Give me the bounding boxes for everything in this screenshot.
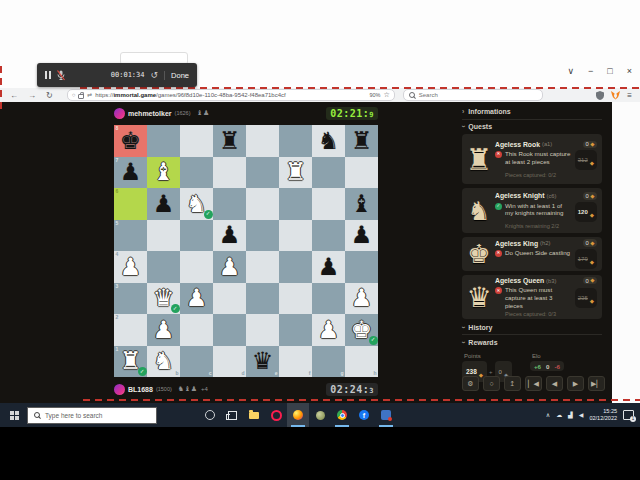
square-h7[interactable]: [345, 157, 378, 189]
quest-title: Ageless King: [495, 240, 538, 247]
square-h1[interactable]: h: [345, 346, 378, 378]
chrome-icon: [337, 410, 347, 420]
opera-button[interactable]: [265, 403, 287, 427]
file-label: g: [340, 371, 343, 376]
square-d5[interactable]: ♟: [213, 220, 246, 252]
bookmark-star-icon[interactable]: ☆: [383, 91, 389, 99]
square-f3[interactable]: [279, 283, 312, 315]
square-b5[interactable]: [147, 220, 180, 252]
square-f6[interactable]: [279, 188, 312, 220]
white-pawn: ♟: [114, 251, 147, 283]
square-d2[interactable]: [213, 314, 246, 346]
informations-header[interactable]: › Informations: [462, 106, 602, 117]
black-pawn: ♟: [312, 251, 345, 283]
square-b7[interactable]: ♝: [147, 157, 180, 189]
white-bishop: ♝: [147, 157, 180, 189]
square-b1[interactable]: b♞: [147, 346, 180, 378]
points-label: Points: [464, 353, 481, 359]
screen-recorder-toolbar: 00:01:34 ↺ Done: [37, 63, 197, 87]
informations-label: Informations: [468, 108, 510, 115]
quest-reward-pill: 312: [575, 150, 597, 170]
square-f7[interactable]: ♜: [279, 157, 312, 189]
square-f4[interactable]: [279, 251, 312, 283]
quest-reward-pill: 179: [575, 249, 597, 269]
previous-move-button[interactable]: ◀: [546, 376, 563, 391]
square-g8[interactable]: ♞: [312, 125, 345, 157]
square-c6[interactable]: ♞✓: [180, 188, 213, 220]
extension-icons: ≡: [596, 91, 632, 100]
square-a1[interactable]: 1a♜✓: [114, 346, 147, 378]
maximize-button[interactable]: □: [607, 66, 612, 76]
quest-title: Ageless Queen: [495, 277, 544, 284]
quests-label: Quests: [468, 123, 492, 130]
chevron-down-icon: ›: [460, 125, 467, 127]
square-c5[interactable]: [180, 220, 213, 252]
rank-label: 6: [116, 189, 119, 194]
quest-square: (c6): [546, 193, 556, 199]
white-knight: ♞: [147, 346, 180, 378]
rank-label: 3: [116, 284, 119, 289]
square-e2[interactable]: [246, 314, 279, 346]
cortana-button[interactable]: [199, 403, 221, 427]
square-d3[interactable]: [213, 283, 246, 315]
quest-badge-icon: ✓: [138, 367, 147, 376]
quest-status-icon: [495, 203, 502, 210]
export-button[interactable]: ↥: [504, 376, 521, 391]
menu-icon[interactable]: ≡: [627, 91, 632, 100]
divider: [462, 119, 602, 120]
square-f5[interactable]: [279, 220, 312, 252]
reader-icon[interactable]: ⇄: [87, 92, 92, 98]
square-f2[interactable]: [279, 314, 312, 346]
quest-earned-pill: 0: [583, 141, 597, 149]
gem-icon: [590, 289, 594, 307]
taskbar-app-icons: f: [199, 403, 397, 427]
square-c7[interactable]: [180, 157, 213, 189]
black-knight: ♞: [312, 125, 345, 157]
quest-status-icon: [495, 151, 502, 158]
quest-status-icon: [495, 250, 502, 257]
quest-badge-icon: ✓: [369, 336, 378, 345]
quest-badge-icon: ✓: [204, 210, 213, 219]
app-button[interactable]: [309, 403, 331, 427]
search-icon: [34, 412, 40, 418]
opponent-clock: 02:21:9: [326, 107, 378, 120]
cortana-icon: [205, 410, 215, 420]
quest-earned-pill: 0: [583, 192, 597, 200]
black-queen: ♛: [246, 346, 279, 378]
quest-card-knight[interactable]: ♞ Ageless Knight (c6) 0 Win with at leas…: [462, 188, 602, 233]
white-pawn: ♟: [345, 283, 378, 315]
player-name[interactable]: BL1688: [128, 386, 153, 393]
square-d4[interactable]: ♟: [213, 251, 246, 283]
firefox-button[interactable]: [287, 403, 309, 427]
firefox-icon: [293, 410, 303, 420]
start-button[interactable]: [10, 411, 19, 420]
window-controls: ∨ − □ ×: [567, 66, 632, 76]
forward-button[interactable]: →: [28, 91, 36, 100]
square-g2[interactable]: ♟: [312, 314, 345, 346]
black-pawn: ♟: [213, 220, 246, 252]
folder-icon: [249, 412, 259, 419]
avatar[interactable]: [114, 108, 125, 119]
file-label: d: [241, 371, 244, 376]
taskbar-search-box[interactable]: Type here to search: [27, 407, 157, 424]
quest-square: (b3): [546, 278, 556, 284]
rank-label: 2: [116, 315, 119, 320]
knight-piece-image: ♞: [467, 191, 491, 230]
file-label: f: [309, 371, 311, 376]
black-rook: ♜: [213, 125, 246, 157]
game-controls: ⚙ ○ ↥ ▏◀ ◀ ▶ ▶▏: [462, 376, 605, 391]
own-player-bar: BL1688 (1500) ♞ ♝ ♟ +4 02:24:3: [114, 379, 378, 399]
player-name[interactable]: mehmetolker: [128, 110, 172, 117]
avatar[interactable]: [114, 384, 125, 395]
lock-icon: [78, 94, 84, 99]
quest-card-rook[interactable]: ♜ Ageless Rook (a1) 0 This Rook must cap…: [462, 134, 602, 184]
square-d1[interactable]: d: [213, 346, 246, 378]
square-c2[interactable]: [180, 314, 213, 346]
black-bishop: ♝: [345, 188, 378, 220]
gem-icon: [590, 141, 594, 148]
history-label: History: [468, 324, 492, 331]
reload-button[interactable]: ↻: [46, 91, 53, 100]
quest-description: Win with at least 1 of my knights remain…: [505, 202, 572, 218]
restart-recording-icon[interactable]: ↺: [151, 71, 159, 80]
square-a3[interactable]: 3: [114, 283, 147, 315]
square-b8[interactable]: [147, 125, 180, 157]
back-button[interactable]: ←: [10, 91, 18, 100]
quest-badge-icon: ✓: [171, 304, 180, 313]
close-button[interactable]: ×: [627, 66, 632, 76]
divider: [462, 334, 602, 335]
settings-gear-button[interactable]: ⚙: [462, 376, 479, 391]
quest-square: (h2): [540, 240, 550, 246]
done-button[interactable]: Done: [164, 71, 189, 80]
square-a2[interactable]: 2: [114, 314, 147, 346]
square-g1[interactable]: g: [312, 346, 345, 378]
gem-icon: [590, 250, 594, 268]
url-text: https://immortal.game/games/96f8d10e-110…: [95, 92, 366, 98]
gem-icon: [590, 193, 594, 200]
material-advantage: +4: [201, 386, 208, 392]
square-h2[interactable]: ♚✓: [345, 314, 378, 346]
action-center-icon[interactable]: 1: [623, 410, 634, 420]
square-d6[interactable]: [213, 188, 246, 220]
history-header[interactable]: › History: [462, 322, 602, 333]
square-a6[interactable]: 6: [114, 188, 147, 220]
square-b2[interactable]: ♟: [147, 314, 180, 346]
zoom-level[interactable]: 90%: [369, 92, 380, 98]
taskbar-clock[interactable]: 15:25 02/12/2022: [589, 408, 617, 422]
square-g4[interactable]: ♟: [312, 251, 345, 283]
browser-addressbar: ← → ↻ ○ ⇄ https://immortal.game/games/96…: [0, 88, 640, 103]
captured-pieces: ♞ ♝ ♟: [178, 385, 196, 393]
own-clock: 02:24:3: [326, 383, 378, 396]
taskbar-search-placeholder: Type here to search: [45, 412, 102, 419]
url-field[interactable]: ○ ⇄ https://immortal.game/games/96f8d10e…: [67, 89, 395, 101]
square-c8[interactable]: [180, 125, 213, 157]
plus-sign: +: [489, 369, 493, 375]
square-g7[interactable]: [312, 157, 345, 189]
white-rook: ♜: [279, 157, 312, 189]
square-a5[interactable]: 5: [114, 220, 147, 252]
rook-piece-image: ♜: [467, 137, 491, 181]
square-h6[interactable]: ♝: [345, 188, 378, 220]
square-b3[interactable]: ♛✓: [147, 283, 180, 315]
file-explorer-button[interactable]: [243, 403, 265, 427]
king-piece-image: ♚: [467, 240, 491, 268]
recorder-app-button[interactable]: [375, 403, 397, 427]
rewards-label: Rewards: [468, 339, 497, 346]
file-label: c: [209, 371, 212, 376]
recorder-app-icon: [381, 410, 391, 420]
square-a8[interactable]: 8♚: [114, 125, 147, 157]
black-pawn: ♟: [147, 188, 180, 220]
quest-card-queen[interactable]: ♛ Ageless Queen (b3) 0 This Queen must c…: [462, 275, 602, 319]
task-view-button[interactable]: [221, 403, 243, 427]
mic-muted-icon[interactable]: [57, 70, 65, 81]
quest-reward-pill: 235: [575, 288, 597, 308]
quest-progress: Pieces captured: 0/2: [505, 172, 597, 178]
onedrive-cloud-icon[interactable]: ☁: [556, 412, 562, 418]
quests-header[interactable]: › Quests: [462, 121, 602, 132]
black-king: ♚: [114, 125, 147, 157]
quest-description: This Queen must capture at least 3 piece…: [505, 286, 572, 309]
quest-earned-pill: 0: [583, 277, 597, 285]
quest-title: Ageless Knight: [495, 192, 544, 199]
square-e3[interactable]: [246, 283, 279, 315]
square-f8[interactable]: [279, 125, 312, 157]
quest-card-king[interactable]: ♚ Ageless King (h2) 0 Do Queen Side cast…: [462, 237, 602, 271]
square-d7[interactable]: [213, 157, 246, 189]
square-g6[interactable]: [312, 188, 345, 220]
chevron-down-icon: ›: [460, 341, 467, 343]
captured-pieces: ♝ ♟: [196, 109, 208, 117]
square-b6[interactable]: ♟: [147, 188, 180, 220]
square-c1[interactable]: c: [180, 346, 213, 378]
player-rating: (1500): [156, 386, 172, 392]
square-g5[interactable]: [312, 220, 345, 252]
recording-timer: 00:01:34: [111, 71, 145, 79]
windows-taskbar: Type here to search f ∧ ☁ ▟ ◀ 15:25 02/1…: [0, 403, 640, 427]
quest-square: (a1): [542, 141, 552, 147]
square-e1[interactable]: e♛: [246, 346, 279, 378]
letterbox-bottom: [0, 427, 640, 480]
square-h5[interactable]: ♟: [345, 220, 378, 252]
square-e4[interactable]: [246, 251, 279, 283]
app-icon: [316, 411, 325, 420]
rank-label: 5: [116, 221, 119, 226]
square-c3[interactable]: ♟: [180, 283, 213, 315]
quest-title: Ageless Rook: [495, 141, 540, 148]
last-move-button[interactable]: ▶▏: [588, 376, 605, 391]
screen: ∨ − □ × ← → ↻ ○ ⇄ https://immortal.game/…: [0, 0, 640, 480]
square-h3[interactable]: ♟: [345, 283, 378, 315]
task-view-icon: [228, 411, 237, 420]
permissions-icon[interactable]: ○: [72, 92, 76, 98]
speaker-icon[interactable]: ◀: [579, 412, 584, 418]
network-icon[interactable]: ▟: [568, 412, 573, 418]
black-rook: ♜: [345, 125, 378, 157]
facebook-button[interactable]: f: [353, 403, 375, 427]
black-pawn: ♟: [114, 157, 147, 189]
quest-earned-pill: 0: [583, 239, 597, 247]
queen-piece-image: ♛: [467, 278, 491, 316]
opponent-player-bar: mehmetolker (1626) ♝ ♟ 02:21:9: [114, 103, 378, 123]
metamask-fox-icon[interactable]: [611, 91, 620, 100]
pause-icon[interactable]: [45, 71, 51, 79]
gem-icon: [590, 277, 594, 284]
black-pawn: ♟: [345, 220, 378, 252]
chess-board: 8♚♜♞♜7♟♝♜6♟♞✓♝5♟♟4♟♟♟3♛✓♟♟2♟♟♚✓1a♜✓b♞cde…: [114, 125, 378, 377]
player-rating: (1626): [175, 110, 191, 116]
white-pawn: ♟: [147, 314, 180, 346]
chevron-down-icon: ›: [460, 326, 467, 328]
square-b4[interactable]: [147, 251, 180, 283]
resign-button[interactable]: ○: [483, 376, 500, 391]
chevron-right-icon: ›: [462, 108, 464, 115]
square-e7[interactable]: [246, 157, 279, 189]
gem-icon: [590, 240, 594, 247]
chrome-button[interactable]: [331, 403, 353, 427]
opera-icon: [271, 410, 282, 421]
square-f1[interactable]: f: [279, 346, 312, 378]
search-icon: [409, 92, 415, 98]
system-tray: ∧ ☁ ▟ ◀ 15:25 02/12/2022 1: [546, 408, 634, 422]
gem-icon: [590, 151, 594, 169]
quest-reward-pill: 120: [575, 202, 597, 222]
quest-progress: Pieces captured: 0/3: [505, 311, 597, 317]
square-e5[interactable]: [246, 220, 279, 252]
next-move-button[interactable]: ▶: [567, 376, 584, 391]
shield-extension-icon[interactable]: [596, 91, 604, 100]
rewards-header[interactable]: › Rewards: [462, 337, 602, 348]
elo-value: +6 0 -6: [530, 361, 564, 371]
minimize-button[interactable]: −: [588, 66, 593, 76]
quest-description: This Rook must capture at least 2 pieces: [505, 150, 572, 166]
right-white-panel: [612, 102, 640, 403]
gem-icon: [590, 203, 594, 221]
square-a7[interactable]: 7♟: [114, 157, 147, 189]
facebook-icon: f: [359, 410, 369, 420]
search-placeholder: Search: [419, 92, 438, 98]
hidden-icons-chevron[interactable]: ∧: [546, 412, 550, 418]
file-label: h: [373, 371, 376, 376]
square-e6[interactable]: [246, 188, 279, 220]
chevron-down-icon[interactable]: ∨: [567, 66, 574, 76]
square-e8[interactable]: [246, 125, 279, 157]
first-move-button[interactable]: ▏◀: [525, 376, 542, 391]
square-g3[interactable]: [312, 283, 345, 315]
square-h4[interactable]: [345, 251, 378, 283]
white-pawn: ♟: [312, 314, 345, 346]
white-pawn: ♟: [213, 251, 246, 283]
quest-status-icon: [495, 287, 502, 294]
quest-progress: Knights remaining 2/2: [505, 223, 597, 229]
elo-label: Elo: [532, 353, 541, 359]
quest-description: Do Queen Side castling: [505, 249, 572, 257]
white-pawn: ♟: [180, 283, 213, 315]
browser-search-field[interactable]: Search: [403, 89, 543, 101]
square-c4[interactable]: [180, 251, 213, 283]
square-d8[interactable]: ♜: [213, 125, 246, 157]
square-h8[interactable]: ♜: [345, 125, 378, 157]
square-a4[interactable]: 4♟: [114, 251, 147, 283]
